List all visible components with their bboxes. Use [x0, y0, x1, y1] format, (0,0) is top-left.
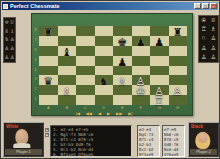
app-window: Perfect Chessmate – □ × ♚♛♜♝♞♟♟♟♟♟ ♔♕♖♗♘… — [0, 0, 220, 159]
movelist-scroll-buttons: ▲ ▼ — [45, 128, 49, 137]
square-b6[interactable]: ♝ — [58, 46, 77, 56]
square-g1[interactable]: ♖ — [150, 95, 169, 105]
title-bar[interactable]: Perfect Chessmate – □ × — [2, 2, 218, 10]
square-d6[interactable] — [95, 46, 114, 56]
square-d5[interactable] — [95, 56, 114, 66]
white-tray-piece[interactable]: ♖ — [201, 26, 206, 33]
square-f3[interactable]: ♙ — [132, 75, 151, 85]
white-player-avatar — [15, 129, 30, 148]
square-c6[interactable] — [76, 46, 95, 56]
captured-pieces-tray-black: ♚♛♜♝♞♟♟♟♟♟ — [3, 17, 16, 63]
square-f1[interactable] — [132, 95, 151, 105]
square-a1[interactable] — [39, 95, 58, 105]
square-b2[interactable]: ♗ — [58, 85, 77, 95]
square-h8[interactable]: ♜ — [169, 26, 188, 36]
square-b8[interactable] — [58, 26, 77, 36]
square-c7[interactable] — [76, 36, 95, 46]
vcr-button-4-icon[interactable]: ▶▶ — [116, 111, 122, 117]
square-a3[interactable]: ♛ — [39, 75, 58, 85]
square-f8[interactable] — [132, 26, 151, 36]
square-h4[interactable] — [169, 66, 188, 76]
square-b4[interactable] — [58, 66, 77, 76]
square-g3[interactable] — [150, 75, 169, 85]
square-e7[interactable]: ♚ — [113, 36, 132, 46]
square-h2[interactable]: ♙ — [169, 85, 188, 95]
black-tray-piece[interactable]: ♛ — [10, 19, 15, 26]
square-e4[interactable] — [113, 66, 132, 76]
minimize-button[interactable]: – — [194, 3, 201, 9]
square-a8[interactable]: ♜ — [39, 26, 58, 36]
black-tray-piece[interactable]: ♝ — [10, 28, 15, 35]
square-e2[interactable] — [113, 85, 132, 95]
vcr-button-1-icon[interactable]: ◀◀ — [86, 111, 92, 117]
black-player-panel: Black Player 2 — [188, 122, 219, 157]
square-d8[interactable] — [95, 26, 114, 36]
square-c1[interactable] — [76, 95, 95, 105]
rank-label-2: 2 — [32, 85, 39, 95]
square-c5[interactable] — [76, 56, 95, 66]
square-f4[interactable] — [132, 66, 151, 76]
black-player-caption: Player 2 — [190, 149, 217, 155]
square-f2[interactable]: ♔ — [132, 85, 151, 95]
rank-labels: 87654321 — [32, 26, 39, 105]
scroll-down-icon[interactable]: ▼ — [45, 133, 49, 137]
rank-label-7: 7 — [32, 36, 39, 46]
board-grid: ♜♜♚♟♟♝♟♛♞♗♙♗♔♙♙♖ — [39, 26, 187, 105]
square-d1[interactable] — [95, 95, 114, 105]
square-a7[interactable] — [39, 36, 58, 46]
white-tray-piece[interactable]: ♙ — [211, 54, 216, 61]
square-a4[interactable] — [39, 66, 58, 76]
white-tray-piece[interactable]: ♕ — [211, 17, 216, 24]
white-tray-piece[interactable]: ♙ — [201, 54, 206, 61]
square-e6[interactable] — [113, 46, 132, 56]
white-move-row[interactable]: Nf3xe5 — [139, 152, 158, 157]
vcr-button-3-icon[interactable]: ▶ — [107, 111, 110, 117]
square-e1[interactable] — [113, 95, 132, 105]
white-tray-piece[interactable]: ♙ — [201, 45, 206, 52]
square-h5[interactable] — [169, 56, 188, 66]
square-d2[interactable] — [95, 85, 114, 95]
vcr-button-2-icon[interactable]: ◀ — [98, 111, 101, 117]
rank-label-8: 8 — [32, 26, 39, 36]
vcr-extra-icon: ··· — [146, 111, 150, 117]
black-tray-piece[interactable]: ♟ — [10, 54, 15, 61]
square-g7[interactable]: ♟ — [150, 36, 169, 46]
rank-label-1: 1 — [32, 95, 39, 105]
square-d4[interactable] — [95, 66, 114, 76]
square-a5[interactable] — [39, 56, 58, 66]
square-e3[interactable]: ♗ — [113, 75, 132, 85]
white-tray-piece[interactable]: ♔ — [201, 17, 206, 24]
white-tray-piece[interactable]: ♙ — [211, 35, 216, 42]
move-log-list[interactable]: 1. e2-e4 e7-e52. Ng1-f3 Nb8-c63. Bf1-c4 … — [50, 125, 132, 157]
square-f5[interactable] — [132, 56, 151, 66]
square-b5[interactable] — [58, 56, 77, 66]
white-player-caption: Player 1 — [5, 149, 42, 155]
square-e8[interactable] — [113, 26, 132, 36]
vcr-button-5-icon[interactable]: ▶| — [128, 111, 132, 117]
square-g4[interactable] — [150, 66, 169, 76]
captured-pieces-tray-white: ♔♕♖♗♘♙♙♙♙♙ — [198, 15, 219, 63]
square-c8[interactable] — [76, 26, 95, 36]
square-b7[interactable] — [58, 36, 77, 46]
square-b3[interactable] — [58, 75, 77, 85]
white-tray-piece[interactable]: ♗ — [211, 26, 216, 33]
white-tray-piece[interactable]: ♙ — [211, 45, 216, 52]
square-f6[interactable] — [132, 46, 151, 56]
square-g8[interactable] — [150, 26, 169, 36]
white-moves-list[interactable]: e2-e4Ng1-f3Bf1-c4b2-b3Bc1-b2Nf3xe5 — [137, 125, 160, 157]
move-log-row[interactable]: 6. Nf3xe5 Qf6xe5 — [53, 152, 129, 157]
close-button[interactable]: × — [210, 3, 217, 9]
black-move-row[interactable]: Qf6xe5 — [164, 152, 183, 157]
square-c2[interactable] — [76, 85, 95, 95]
window-title: Perfect Chessmate — [10, 2, 194, 10]
square-d3[interactable]: ♞ — [95, 75, 114, 85]
chess-board: 87654321 ♜♜♚♟♟♝♟♛♞♗♙♗♔♙♙♖ ABCDEFGH |◀◀◀◀… — [31, 13, 193, 116]
black-moves-list[interactable]: e7-e5Nb8-c6Bf8-c5Qd8-f6Nc6-d4Qf6xe5 — [162, 125, 185, 157]
black-player-avatar — [195, 129, 210, 149]
square-h1[interactable] — [169, 95, 188, 105]
white-player-panel: White Player 1 — [3, 122, 44, 157]
maximize-button[interactable]: □ — [202, 3, 209, 9]
square-g2[interactable]: ♙ — [150, 85, 169, 95]
vcr-controls: |◀◀◀◀▶▶▶▶|··· — [39, 110, 187, 117]
square-h6[interactable] — [169, 46, 188, 56]
square-d7[interactable] — [95, 36, 114, 46]
black-tray-piece[interactable]: ♟ — [10, 36, 15, 43]
rank-label-4: 4 — [32, 66, 39, 76]
app-icon — [3, 4, 8, 9]
rank-label-3: 3 — [32, 75, 39, 85]
square-f7[interactable]: ♟ — [132, 36, 151, 46]
square-a6[interactable] — [39, 46, 58, 56]
square-g5[interactable] — [150, 56, 169, 66]
square-h3[interactable] — [169, 75, 188, 85]
square-e5[interactable]: ♟ — [113, 56, 132, 66]
rank-label-6: 6 — [32, 46, 39, 56]
scroll-up-icon[interactable]: ▲ — [45, 128, 49, 132]
square-a2[interactable] — [39, 85, 58, 95]
square-c4[interactable] — [76, 66, 95, 76]
square-g6[interactable] — [150, 46, 169, 56]
square-c3[interactable] — [76, 75, 95, 85]
black-tray-piece[interactable]: ♟ — [10, 45, 15, 52]
rank-label-5: 5 — [32, 56, 39, 66]
square-b1[interactable] — [58, 95, 77, 105]
vcr-button-0-icon[interactable]: |◀ — [76, 111, 80, 117]
square-h7[interactable] — [169, 36, 188, 46]
white-tray-piece[interactable]: ♘ — [201, 35, 206, 42]
